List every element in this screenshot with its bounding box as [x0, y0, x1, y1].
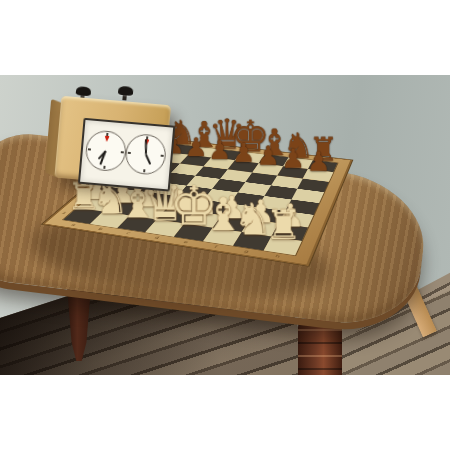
- minute-hand: [145, 139, 147, 154]
- tick-9: [88, 148, 91, 150]
- piece-black-pawn: ♟: [184, 135, 207, 161]
- tick-12: [106, 133, 108, 136]
- clock-body: [54, 96, 171, 187]
- chess-clock: [44, 83, 172, 193]
- tick-3: [161, 155, 164, 157]
- clock-button-left[interactable]: [76, 86, 92, 96]
- tick-9: [128, 152, 131, 154]
- clock-button-right[interactable]: [118, 86, 134, 96]
- piece-black-pawn: ♟: [256, 143, 280, 169]
- piece-black-pawn: ♟: [232, 140, 255, 166]
- photo-canvas: ♜♞♝♛♚♝♞♜♟♟♟♟♟♟♟♟♟♟♟♟♟♟♟♟♜♞♝♛♚♝♞♜ abcdefg…: [0, 0, 450, 450]
- clock-dial-left: [84, 129, 127, 172]
- table-leg-right: [298, 318, 342, 375]
- clock-dial-panel: [78, 118, 175, 192]
- piece-black-pawn: ♟: [281, 146, 305, 173]
- photograph: ♜♞♝♛♚♝♞♜♟♟♟♟♟♟♟♟♟♟♟♟♟♟♟♟♜♞♝♛♚♝♞♜ abcdefg…: [0, 75, 450, 375]
- piece-black-pawn: ♟: [306, 148, 330, 175]
- tick-3: [121, 151, 124, 153]
- hour-hand: [145, 154, 151, 165]
- piece-black-pawn: ♟: [208, 137, 231, 163]
- tick-6: [143, 169, 145, 172]
- clock-dial-right: [124, 133, 167, 176]
- piece-white-rook: ♜: [265, 205, 302, 246]
- red-flag-icon: [104, 136, 110, 142]
- tick-6: [103, 166, 105, 169]
